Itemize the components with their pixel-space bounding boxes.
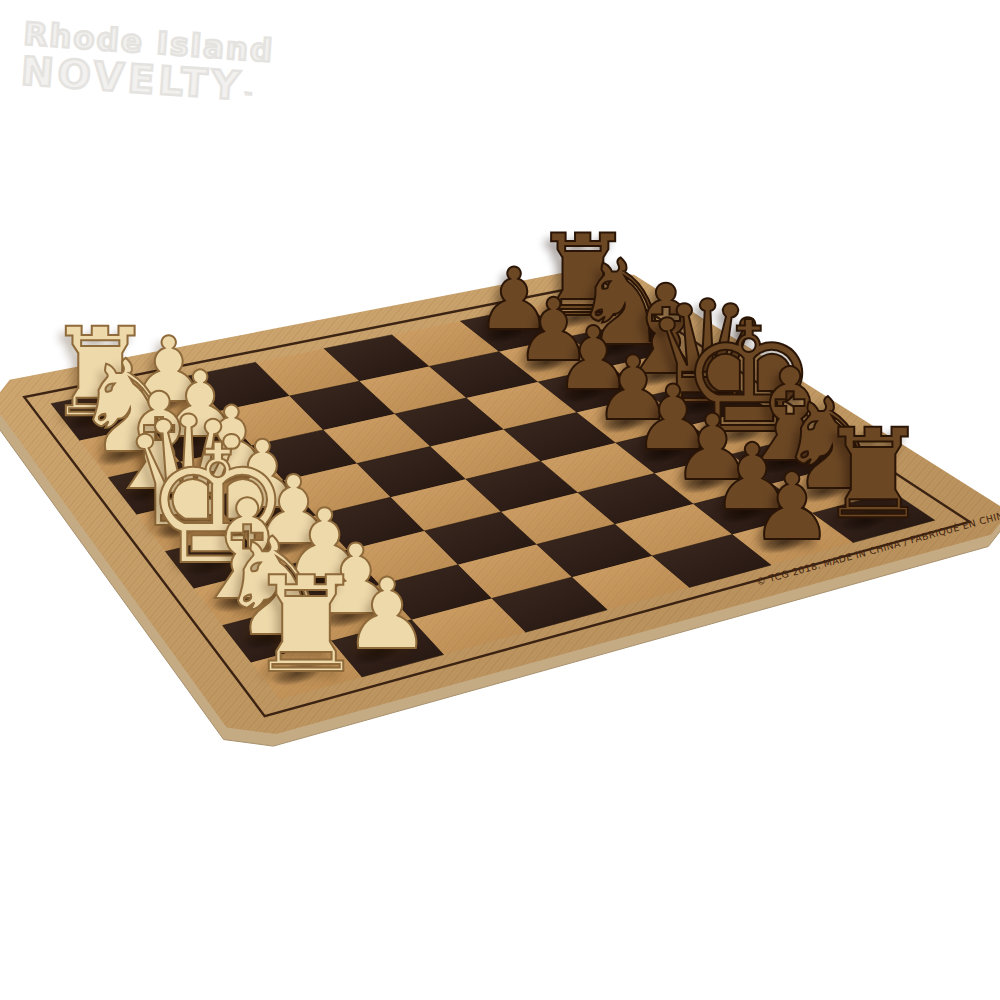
piece-black-pawn-h7[interactable]: ♟ — [682, 461, 902, 554]
piece-white-rook-h1[interactable]: ♜ — [196, 559, 416, 691]
product-photo-stage: Rhode Island NOVELTY™ © TCG 2018. MADE I… — [0, 0, 1000, 1000]
chess-pieces-layer: ♜♟♞♟♝♟♟♛♜♟♚♟♟♞♝♟♟♝♞♟♟♜♛♟♟♚♟♝♟♞♟♜ — [0, 0, 1000, 1000]
